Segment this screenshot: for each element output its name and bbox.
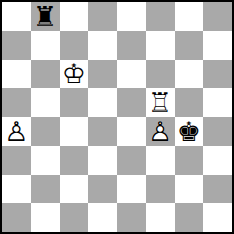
square-f8[interactable] [146,2,175,31]
square-c2[interactable] [60,175,89,204]
square-h1[interactable] [203,203,232,232]
square-f7[interactable] [146,31,175,60]
square-e8[interactable] [117,2,146,31]
square-b8[interactable]: ♜ [31,2,60,31]
square-h3[interactable] [203,146,232,175]
square-b3[interactable] [31,146,60,175]
square-g8[interactable] [175,2,204,31]
square-a7[interactable] [2,31,31,60]
square-g1[interactable] [175,203,204,232]
square-a2[interactable] [2,175,31,204]
square-d5[interactable] [88,88,117,117]
square-f4[interactable]: ♟♙ [146,117,175,146]
black-rook-piece: ♜ [33,3,57,30]
square-e3[interactable] [117,146,146,175]
square-f1[interactable] [146,203,175,232]
square-a6[interactable] [2,60,31,89]
square-h5[interactable] [203,88,232,117]
square-e4[interactable] [117,117,146,146]
square-g3[interactable] [175,146,204,175]
square-e2[interactable] [117,175,146,204]
square-h6[interactable] [203,60,232,89]
square-g2[interactable] [175,175,204,204]
black-king-piece: ♚ [177,118,201,145]
square-f3[interactable] [146,146,175,175]
square-h7[interactable] [203,31,232,60]
square-d3[interactable] [88,146,117,175]
square-c6[interactable]: ♚♔ [60,60,89,89]
square-b1[interactable] [31,203,60,232]
square-d4[interactable] [88,117,117,146]
square-e7[interactable] [117,31,146,60]
square-c3[interactable] [60,146,89,175]
square-c8[interactable] [60,2,89,31]
square-b2[interactable] [31,175,60,204]
square-b7[interactable] [31,31,60,60]
square-f5[interactable]: ♜♖ [146,88,175,117]
square-a5[interactable] [2,88,31,117]
square-d6[interactable] [88,60,117,89]
white-rook-piece: ♜♖ [148,89,172,116]
white-king-piece: ♚♔ [62,60,86,87]
square-g7[interactable] [175,31,204,60]
square-g4[interactable]: ♚ [175,117,204,146]
square-e5[interactable] [117,88,146,117]
square-a8[interactable] [2,2,31,31]
square-f6[interactable] [146,60,175,89]
square-b6[interactable] [31,60,60,89]
square-h4[interactable] [203,117,232,146]
square-d7[interactable] [88,31,117,60]
square-d1[interactable] [88,203,117,232]
chess-diagram: ♜♚♔♜♖♟♙♟♙♚ [0,0,234,234]
square-a1[interactable] [2,203,31,232]
square-c4[interactable] [60,117,89,146]
square-g6[interactable] [175,60,204,89]
square-e6[interactable] [117,60,146,89]
square-a4[interactable]: ♟♙ [2,117,31,146]
square-d8[interactable] [88,2,117,31]
chess-board: ♜♚♔♜♖♟♙♟♙♚ [0,0,234,234]
white-pawn-piece: ♟♙ [4,118,28,145]
square-h2[interactable] [203,175,232,204]
square-f2[interactable] [146,175,175,204]
square-a3[interactable] [2,146,31,175]
square-c1[interactable] [60,203,89,232]
square-b4[interactable] [31,117,60,146]
square-b5[interactable] [31,88,60,117]
square-h8[interactable] [203,2,232,31]
square-c7[interactable] [60,31,89,60]
square-e1[interactable] [117,203,146,232]
square-d2[interactable] [88,175,117,204]
square-g5[interactable] [175,88,204,117]
square-c5[interactable] [60,88,89,117]
white-pawn-piece: ♟♙ [148,118,172,145]
